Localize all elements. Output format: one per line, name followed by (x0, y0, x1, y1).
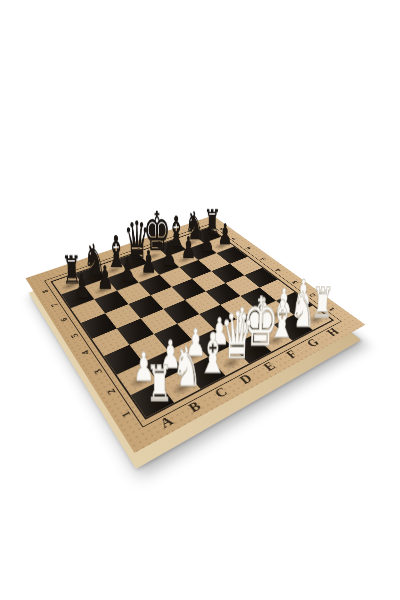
piece-black-pawn[interactable]: ♟ (180, 233, 196, 263)
piece-black-pawn[interactable]: ♟ (72, 270, 91, 303)
piece-black-pawn[interactable]: ♟ (140, 246, 157, 277)
piece-white-bishop[interactable]: ♝ (198, 326, 228, 381)
product-photo-page: ♜♞♝♛♚♝♞♜♟♟♟♟♟♟♟♟♟♟♟♟♟♟♟♟♜♞♝♛♚♝♞♜ ABCDEFG… (0, 0, 400, 600)
piece-white-knight[interactable]: ♞ (172, 340, 202, 395)
piece-black-pawn[interactable]: ♟ (96, 262, 114, 295)
board-surface: ♜♞♝♛♚♝♞♜♟♟♟♟♟♟♟♟♟♟♟♟♟♟♟♟♜♞♝♛♚♝♞♜ ABCDEFG… (25, 216, 365, 453)
piece-black-pawn[interactable]: ♟ (161, 239, 177, 270)
photo-scene: ♜♞♝♛♚♝♞♜♟♟♟♟♟♟♟♟♟♟♟♟♟♟♟♟♜♞♝♛♚♝♞♜ ABCDEFG… (0, 0, 400, 600)
chess-board: ♜♞♝♛♚♝♞♜♟♟♟♟♟♟♟♟♟♟♟♟♟♟♟♟♜♞♝♛♚♝♞♜ ABCDEFG… (25, 216, 365, 453)
piece-black-pawn[interactable]: ♟ (118, 254, 135, 286)
piece-white-rook[interactable]: ♜ (146, 360, 173, 409)
